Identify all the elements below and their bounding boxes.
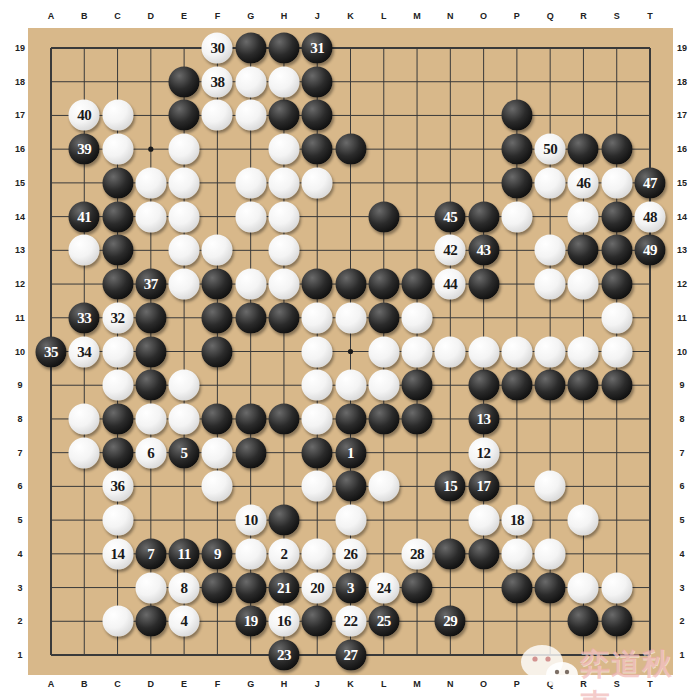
white-stone-H4: 2 <box>268 538 299 569</box>
white-stone-M10 <box>402 336 433 367</box>
coordinate-label-bottom-M: M <box>413 680 421 689</box>
coordinate-label-top-K: K <box>347 12 354 21</box>
white-stone-L10 <box>368 336 399 367</box>
white-stone-R10 <box>568 336 599 367</box>
white-stone-G12 <box>235 269 266 300</box>
white-stone-J6 <box>302 471 333 502</box>
move-number-20: 20 <box>310 580 324 595</box>
coordinate-label-left-19: 19 <box>15 44 25 53</box>
coordinate-label-bottom-H: H <box>281 680 288 689</box>
white-stone-E15 <box>169 167 200 198</box>
black-stone-L14 <box>368 201 399 232</box>
coordinate-label-top-B: B <box>81 12 88 21</box>
black-stone-G11 <box>235 302 266 333</box>
black-stone-D4: 7 <box>135 538 166 569</box>
white-stone-S15 <box>601 167 632 198</box>
move-number-41: 41 <box>77 209 91 224</box>
coordinate-label-bottom-K: K <box>347 680 354 689</box>
white-stone-F7 <box>202 437 233 468</box>
white-stone-H13 <box>268 235 299 266</box>
white-stone-P4 <box>501 538 532 569</box>
coordinate-label-left-8: 8 <box>17 414 22 423</box>
coordinate-label-bottom-D: D <box>148 680 155 689</box>
black-stone-R16 <box>568 134 599 165</box>
coordinate-label-left-2: 2 <box>17 617 22 626</box>
white-stone-E2: 4 <box>169 606 200 637</box>
coordinate-label-right-16: 16 <box>677 145 687 154</box>
coordinate-label-left-6: 6 <box>17 482 22 491</box>
black-stone-E7: 5 <box>169 437 200 468</box>
move-number-26: 26 <box>344 546 358 561</box>
coordinate-label-right-11: 11 <box>677 313 687 322</box>
black-stone-Q9 <box>535 370 566 401</box>
white-stone-N12: 44 <box>435 269 466 300</box>
move-number-35: 35 <box>44 344 58 359</box>
coordinate-label-left-12: 12 <box>15 280 25 289</box>
black-stone-B11: 33 <box>69 302 100 333</box>
white-stone-Q4 <box>535 538 566 569</box>
move-number-36: 36 <box>111 479 125 494</box>
black-stone-T15: 47 <box>635 167 666 198</box>
coordinate-label-top-P: P <box>514 12 520 21</box>
white-stone-G5: 10 <box>235 505 266 536</box>
move-number-2: 2 <box>280 546 287 561</box>
coordinate-label-right-7: 7 <box>679 448 684 457</box>
black-stone-K12 <box>335 269 366 300</box>
coordinate-label-top-H: H <box>281 12 288 21</box>
move-number-11: 11 <box>178 546 191 561</box>
coordinate-label-bottom-R: R <box>580 680 587 689</box>
black-stone-P16 <box>501 134 532 165</box>
white-stone-T14: 48 <box>635 201 666 232</box>
coordinate-label-bottom-C: C <box>114 680 121 689</box>
move-number-22: 22 <box>344 614 358 629</box>
coordinate-label-right-17: 17 <box>677 111 687 120</box>
white-stone-E12 <box>169 269 200 300</box>
move-number-39: 39 <box>77 142 91 157</box>
coordinate-label-bottom-T: T <box>647 680 653 689</box>
move-number-8: 8 <box>181 580 188 595</box>
white-stone-D8 <box>135 403 166 434</box>
coordinate-label-bottom-S: S <box>614 680 620 689</box>
black-stone-B14: 41 <box>69 201 100 232</box>
black-stone-L12 <box>368 269 399 300</box>
white-stone-C16 <box>102 134 133 165</box>
white-stone-J9 <box>302 370 333 401</box>
coordinate-label-top-S: S <box>614 12 620 21</box>
move-number-33: 33 <box>77 310 91 325</box>
coordinate-label-top-E: E <box>181 12 187 21</box>
coordinate-label-left-4: 4 <box>17 549 22 558</box>
coordinate-label-right-8: 8 <box>679 414 684 423</box>
move-number-5: 5 <box>181 445 188 460</box>
white-stone-Q13 <box>535 235 566 266</box>
black-stone-S9 <box>601 370 632 401</box>
black-stone-Q3 <box>535 572 566 603</box>
white-stone-C9 <box>102 370 133 401</box>
black-stone-F12 <box>202 269 233 300</box>
black-stone-N6: 15 <box>435 471 466 502</box>
black-stone-O13: 43 <box>468 235 499 266</box>
white-stone-R5 <box>568 505 599 536</box>
move-number-21: 21 <box>277 580 291 595</box>
coordinate-label-left-7: 7 <box>17 448 22 457</box>
white-stone-E9 <box>169 370 200 401</box>
black-stone-H1: 23 <box>268 640 299 671</box>
black-stone-O14 <box>468 201 499 232</box>
move-number-12: 12 <box>477 445 491 460</box>
white-stone-H18 <box>268 66 299 97</box>
black-stone-H11 <box>268 302 299 333</box>
black-stone-G2: 19 <box>235 606 266 637</box>
black-stone-L2: 25 <box>368 606 399 637</box>
move-number-17: 17 <box>477 479 491 494</box>
white-stone-R3 <box>568 572 599 603</box>
move-number-45: 45 <box>443 209 457 224</box>
coordinate-label-right-13: 13 <box>677 246 687 255</box>
white-stone-C10 <box>102 336 133 367</box>
coordinate-label-top-R: R <box>580 12 587 21</box>
black-stone-J17 <box>302 100 333 131</box>
black-stone-D11 <box>135 302 166 333</box>
white-stone-C4: 14 <box>102 538 133 569</box>
white-stone-C17 <box>102 100 133 131</box>
move-number-15: 15 <box>443 479 457 494</box>
coordinate-label-bottom-E: E <box>181 680 187 689</box>
white-stone-Q15 <box>535 167 566 198</box>
move-number-9: 9 <box>214 546 221 561</box>
black-stone-G3 <box>235 572 266 603</box>
black-stone-L8 <box>368 403 399 434</box>
white-stone-J3: 20 <box>302 572 333 603</box>
move-number-42: 42 <box>443 243 457 258</box>
white-stone-G14 <box>235 201 266 232</box>
coordinate-label-right-4: 4 <box>679 549 684 558</box>
white-stone-Q6 <box>535 471 566 502</box>
black-stone-S13 <box>601 235 632 266</box>
coordinate-label-top-M: M <box>413 12 421 21</box>
white-stone-K2: 22 <box>335 606 366 637</box>
white-stone-S3 <box>601 572 632 603</box>
coordinate-label-right-19: 19 <box>677 44 687 53</box>
black-stone-J19: 31 <box>302 33 333 64</box>
white-stone-R12 <box>568 269 599 300</box>
black-stone-G7 <box>235 437 266 468</box>
white-stone-O10 <box>468 336 499 367</box>
move-number-16: 16 <box>277 614 291 629</box>
move-number-37: 37 <box>144 277 158 292</box>
white-stone-E3: 8 <box>169 572 200 603</box>
black-stone-K6 <box>335 471 366 502</box>
move-number-49: 49 <box>643 243 657 258</box>
white-stone-Q12 <box>535 269 566 300</box>
black-stone-H3: 21 <box>268 572 299 603</box>
coordinate-label-bottom-O: O <box>480 680 487 689</box>
white-stone-R14 <box>568 201 599 232</box>
white-stone-G18 <box>235 66 266 97</box>
black-stone-P9 <box>501 370 532 401</box>
coordinate-label-left-14: 14 <box>15 212 25 221</box>
white-stone-Q10 <box>535 336 566 367</box>
black-stone-S12 <box>601 269 632 300</box>
white-stone-K9 <box>335 370 366 401</box>
black-stone-F10 <box>202 336 233 367</box>
black-stone-T13: 49 <box>635 235 666 266</box>
black-stone-L11 <box>368 302 399 333</box>
black-stone-A10: 35 <box>36 336 67 367</box>
move-number-38: 38 <box>210 74 224 89</box>
coordinate-label-top-C: C <box>114 12 121 21</box>
black-stone-C7 <box>102 437 133 468</box>
coordinate-label-bottom-P: P <box>514 680 520 689</box>
white-stone-C6: 36 <box>102 471 133 502</box>
coordinate-label-right-9: 9 <box>679 381 684 390</box>
coordinate-label-top-O: O <box>480 12 487 21</box>
black-stone-D9 <box>135 370 166 401</box>
coordinate-label-left-15: 15 <box>15 178 25 187</box>
move-number-27: 27 <box>344 648 358 663</box>
coordinate-label-left-17: 17 <box>15 111 25 120</box>
black-stone-N14: 45 <box>435 201 466 232</box>
star-point-D16 <box>148 147 153 152</box>
coordinate-label-top-A: A <box>48 12 55 21</box>
coordinate-label-left-3: 3 <box>17 583 22 592</box>
move-number-19: 19 <box>244 614 258 629</box>
black-stone-J7 <box>302 437 333 468</box>
coordinate-label-bottom-Q: Q <box>547 680 554 689</box>
black-stone-R9 <box>568 370 599 401</box>
move-number-1: 1 <box>347 445 354 460</box>
white-stone-D14 <box>135 201 166 232</box>
coordinate-label-left-16: 16 <box>15 145 25 154</box>
move-number-43: 43 <box>477 243 491 258</box>
black-stone-M3 <box>402 572 433 603</box>
black-stone-O4 <box>468 538 499 569</box>
star-point-K10 <box>348 349 353 354</box>
move-number-4: 4 <box>181 614 188 629</box>
black-stone-P17 <box>501 100 532 131</box>
coordinate-label-bottom-L: L <box>381 680 387 689</box>
black-stone-M9 <box>402 370 433 401</box>
white-stone-Q16: 50 <box>535 134 566 165</box>
coordinate-label-right-1: 1 <box>679 651 684 660</box>
white-stone-B7 <box>69 437 100 468</box>
move-number-47: 47 <box>643 175 657 190</box>
black-stone-J2 <box>302 606 333 637</box>
black-stone-M12 <box>402 269 433 300</box>
go-diagram: AABBCCDDEEFFGGHHJJKKLLMMNNOOPPQQRRSSTT19… <box>0 0 700 700</box>
move-number-31: 31 <box>310 41 324 56</box>
move-number-44: 44 <box>443 277 457 292</box>
coordinate-label-top-J: J <box>315 12 320 21</box>
white-stone-G15 <box>235 167 266 198</box>
white-stone-C2 <box>102 606 133 637</box>
black-stone-D2 <box>135 606 166 637</box>
black-stone-D12: 37 <box>135 269 166 300</box>
black-stone-H5 <box>268 505 299 536</box>
white-stone-K4: 26 <box>335 538 366 569</box>
white-stone-J11 <box>302 302 333 333</box>
white-stone-F6 <box>202 471 233 502</box>
white-stone-F17 <box>202 100 233 131</box>
white-stone-F18: 38 <box>202 66 233 97</box>
white-stone-H12 <box>268 269 299 300</box>
black-stone-C8 <box>102 403 133 434</box>
black-stone-J18 <box>302 66 333 97</box>
white-stone-E13 <box>169 235 200 266</box>
white-stone-D7: 6 <box>135 437 166 468</box>
move-number-32: 32 <box>111 310 125 325</box>
black-stone-J16 <box>302 134 333 165</box>
coordinate-label-top-Q: Q <box>547 12 554 21</box>
white-stone-L9 <box>368 370 399 401</box>
white-stone-O7: 12 <box>468 437 499 468</box>
black-stone-K7: 1 <box>335 437 366 468</box>
black-stone-C13 <box>102 235 133 266</box>
coordinate-label-top-D: D <box>148 12 155 21</box>
move-number-3: 3 <box>347 580 354 595</box>
move-number-18: 18 <box>510 513 524 528</box>
white-stone-P14 <box>501 201 532 232</box>
white-stone-B10: 34 <box>69 336 100 367</box>
black-stone-D10 <box>135 336 166 367</box>
coordinate-label-bottom-N: N <box>447 680 454 689</box>
black-stone-B16: 39 <box>69 134 100 165</box>
black-stone-K8 <box>335 403 366 434</box>
coordinate-label-top-L: L <box>381 12 387 21</box>
black-stone-J12 <box>302 269 333 300</box>
black-stone-K3: 3 <box>335 572 366 603</box>
move-number-23: 23 <box>277 648 291 663</box>
white-stone-K11 <box>335 302 366 333</box>
move-number-28: 28 <box>410 546 424 561</box>
coordinate-label-left-11: 11 <box>15 313 25 322</box>
black-stone-E4: 11 <box>169 538 200 569</box>
black-stone-H19 <box>268 33 299 64</box>
white-stone-H14 <box>268 201 299 232</box>
move-number-30: 30 <box>210 41 224 56</box>
black-stone-O9 <box>468 370 499 401</box>
coordinate-label-bottom-G: G <box>247 680 254 689</box>
white-stone-M4: 28 <box>402 538 433 569</box>
black-stone-N2: 29 <box>435 606 466 637</box>
white-stone-F13 <box>202 235 233 266</box>
white-stone-K5 <box>335 505 366 536</box>
white-stone-J15 <box>302 167 333 198</box>
coordinate-label-right-6: 6 <box>679 482 684 491</box>
coordinate-label-top-F: F <box>215 12 221 21</box>
white-stone-D3 <box>135 572 166 603</box>
coordinate-label-top-N: N <box>447 12 454 21</box>
white-stone-H15 <box>268 167 299 198</box>
move-number-40: 40 <box>77 108 91 123</box>
coordinate-label-right-18: 18 <box>677 77 687 86</box>
white-stone-G17 <box>235 100 266 131</box>
coordinate-label-left-10: 10 <box>15 347 25 356</box>
move-number-14: 14 <box>111 546 125 561</box>
white-stone-O5 <box>468 505 499 536</box>
black-stone-K1: 27 <box>335 640 366 671</box>
white-stone-D15 <box>135 167 166 198</box>
black-stone-P3 <box>501 572 532 603</box>
white-stone-E14 <box>169 201 200 232</box>
white-stone-J4 <box>302 538 333 569</box>
white-stone-M11 <box>402 302 433 333</box>
white-stone-P10 <box>501 336 532 367</box>
white-stone-B13 <box>69 235 100 266</box>
black-stone-O6: 17 <box>468 471 499 502</box>
move-number-46: 46 <box>576 175 590 190</box>
black-stone-O8: 13 <box>468 403 499 434</box>
black-stone-R13 <box>568 235 599 266</box>
black-stone-C12 <box>102 269 133 300</box>
black-stone-C15 <box>102 167 133 198</box>
white-stone-G4 <box>235 538 266 569</box>
black-stone-R2 <box>568 606 599 637</box>
coordinate-label-left-5: 5 <box>17 516 22 525</box>
black-stone-C14 <box>102 201 133 232</box>
coordinate-label-right-10: 10 <box>677 347 687 356</box>
move-number-25: 25 <box>377 614 391 629</box>
white-stone-B8 <box>69 403 100 434</box>
move-number-10: 10 <box>244 513 258 528</box>
coordinate-label-left-1: 1 <box>17 651 22 660</box>
white-stone-N10 <box>435 336 466 367</box>
white-stone-H2: 16 <box>268 606 299 637</box>
move-number-24: 24 <box>377 580 391 595</box>
white-stone-F19: 30 <box>202 33 233 64</box>
white-stone-E8 <box>169 403 200 434</box>
coordinate-label-bottom-F: F <box>215 680 221 689</box>
black-stone-F3 <box>202 572 233 603</box>
black-stone-G19 <box>235 33 266 64</box>
white-stone-J8 <box>302 403 333 434</box>
black-stone-E17 <box>169 100 200 131</box>
coordinate-label-right-15: 15 <box>677 178 687 187</box>
black-stone-M8 <box>402 403 433 434</box>
coordinate-label-left-9: 9 <box>17 381 22 390</box>
coordinate-label-top-T: T <box>647 12 653 21</box>
white-stone-N13: 42 <box>435 235 466 266</box>
black-stone-O12 <box>468 269 499 300</box>
white-stone-J10 <box>302 336 333 367</box>
white-stone-L6 <box>368 471 399 502</box>
black-stone-H8 <box>268 403 299 434</box>
move-number-29: 29 <box>443 614 457 629</box>
coordinate-label-bottom-B: B <box>81 680 88 689</box>
coordinate-label-bottom-J: J <box>315 680 320 689</box>
white-stone-R15: 46 <box>568 167 599 198</box>
coordinate-label-bottom-A: A <box>48 680 55 689</box>
coordinate-label-left-18: 18 <box>15 77 25 86</box>
move-number-13: 13 <box>477 411 491 426</box>
move-number-50: 50 <box>543 142 557 157</box>
black-stone-P15 <box>501 167 532 198</box>
white-stone-S11 <box>601 302 632 333</box>
white-stone-H16 <box>268 134 299 165</box>
black-stone-H17 <box>268 100 299 131</box>
coordinate-label-right-2: 2 <box>679 617 684 626</box>
move-number-6: 6 <box>147 445 154 460</box>
coordinate-label-right-3: 3 <box>679 583 684 592</box>
black-stone-K16 <box>335 134 366 165</box>
black-stone-N4 <box>435 538 466 569</box>
white-stone-C5 <box>102 505 133 536</box>
white-stone-E16 <box>169 134 200 165</box>
black-stone-F11 <box>202 302 233 333</box>
white-stone-L3: 24 <box>368 572 399 603</box>
black-stone-S16 <box>601 134 632 165</box>
